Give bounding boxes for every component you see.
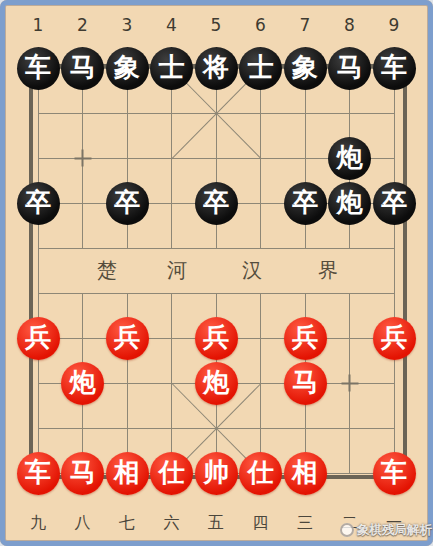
river-text-1: 楚 xyxy=(97,257,117,284)
grid-line-file-1 xyxy=(38,68,39,473)
piece-black-soldier[interactable]: 卒 xyxy=(195,182,238,225)
piece-red-chariot[interactable]: 车 xyxy=(17,452,60,495)
file-label-bottom-3: 七 xyxy=(119,513,135,534)
file-label-bottom-2: 八 xyxy=(75,513,91,534)
piece-black-elephant[interactable]: 象 xyxy=(106,47,149,90)
piece-red-cannon[interactable]: 炮 xyxy=(195,362,238,405)
piece-black-advisor[interactable]: 士 xyxy=(239,47,282,90)
piece-red-horse[interactable]: 马 xyxy=(284,362,327,405)
watermark-logo-icon xyxy=(340,523,354,537)
river-text-2: 河 xyxy=(167,257,187,284)
piece-black-advisor[interactable]: 士 xyxy=(150,47,193,90)
piece-red-chariot[interactable]: 车 xyxy=(373,452,416,495)
river-text-3: 汉 xyxy=(242,257,262,284)
piece-black-chariot[interactable]: 车 xyxy=(373,47,416,90)
piece-black-soldier[interactable]: 卒 xyxy=(373,182,416,225)
piece-black-horse[interactable]: 马 xyxy=(328,47,371,90)
file-label-top-8: 8 xyxy=(344,15,355,35)
piece-red-horse[interactable]: 马 xyxy=(61,452,104,495)
grid-line-file-9 xyxy=(394,68,395,473)
piece-black-soldier[interactable]: 卒 xyxy=(284,182,327,225)
piece-black-cannon[interactable]: 炮 xyxy=(328,137,371,180)
file-label-bottom-7: 三 xyxy=(297,513,313,534)
piece-red-elephant[interactable]: 相 xyxy=(284,452,327,495)
piece-red-soldier[interactable]: 兵 xyxy=(17,317,60,360)
piece-black-general[interactable]: 将 xyxy=(195,47,238,90)
piece-black-soldier[interactable]: 卒 xyxy=(106,182,149,225)
xiangqi-board: 123456789九八七六五四三二一楚河汉界 车马象士将士象马车炮卒卒卒卒炮卒兵… xyxy=(0,0,433,546)
piece-black-cannon[interactable]: 炮 xyxy=(328,182,371,225)
file-label-bottom-4: 六 xyxy=(164,513,180,534)
piece-black-elephant[interactable]: 象 xyxy=(284,47,327,90)
star-marker xyxy=(74,150,91,167)
watermark: 象棋残局解析 xyxy=(340,520,432,540)
piece-red-elephant[interactable]: 相 xyxy=(106,452,149,495)
file-label-bottom-6: 四 xyxy=(253,513,269,534)
piece-black-horse[interactable]: 马 xyxy=(61,47,104,90)
piece-black-chariot[interactable]: 车 xyxy=(17,47,60,90)
file-label-top-1: 1 xyxy=(33,15,44,35)
piece-red-soldier[interactable]: 兵 xyxy=(284,317,327,360)
file-label-top-4: 4 xyxy=(166,15,177,35)
file-label-top-2: 2 xyxy=(77,15,88,35)
piece-red-soldier[interactable]: 兵 xyxy=(373,317,416,360)
star-marker xyxy=(341,375,358,392)
piece-red-soldier[interactable]: 兵 xyxy=(106,317,149,360)
piece-black-soldier[interactable]: 卒 xyxy=(17,182,60,225)
file-label-bottom-1: 九 xyxy=(30,513,46,534)
watermark-text: 象棋残局解析 xyxy=(357,522,432,539)
file-label-top-3: 3 xyxy=(122,15,133,35)
piece-red-advisor[interactable]: 仕 xyxy=(239,452,282,495)
piece-red-advisor[interactable]: 仕 xyxy=(150,452,193,495)
file-label-top-6: 6 xyxy=(255,15,266,35)
board-outer-border xyxy=(29,64,407,479)
piece-red-cannon[interactable]: 炮 xyxy=(61,362,104,405)
piece-red-general[interactable]: 帅 xyxy=(195,452,238,495)
file-label-top-7: 7 xyxy=(300,15,311,35)
river-text-4: 界 xyxy=(318,257,338,284)
file-label-top-9: 9 xyxy=(389,15,400,35)
file-label-top-5: 5 xyxy=(211,15,222,35)
file-label-bottom-5: 五 xyxy=(208,513,224,534)
screenshot-frame: 123456789九八七六五四三二一楚河汉界 车马象士将士象马车炮卒卒卒卒炮卒兵… xyxy=(0,0,433,546)
piece-red-soldier[interactable]: 兵 xyxy=(195,317,238,360)
